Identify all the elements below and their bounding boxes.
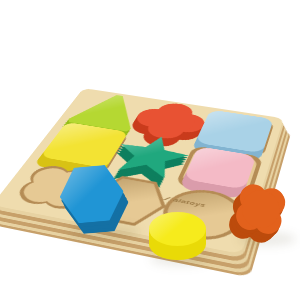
loose-piece-blue-hexagon[interactable]	[57, 163, 130, 231]
shape-sorter-product-photo: alatoys	[0, 0, 300, 300]
bird-icon	[161, 194, 173, 201]
cylinder-top	[149, 212, 206, 246]
loose-piece-yellow-cylinder[interactable]	[149, 212, 206, 262]
loose-piece-orange-cross[interactable]	[228, 179, 297, 247]
piece-highlight	[149, 212, 206, 246]
